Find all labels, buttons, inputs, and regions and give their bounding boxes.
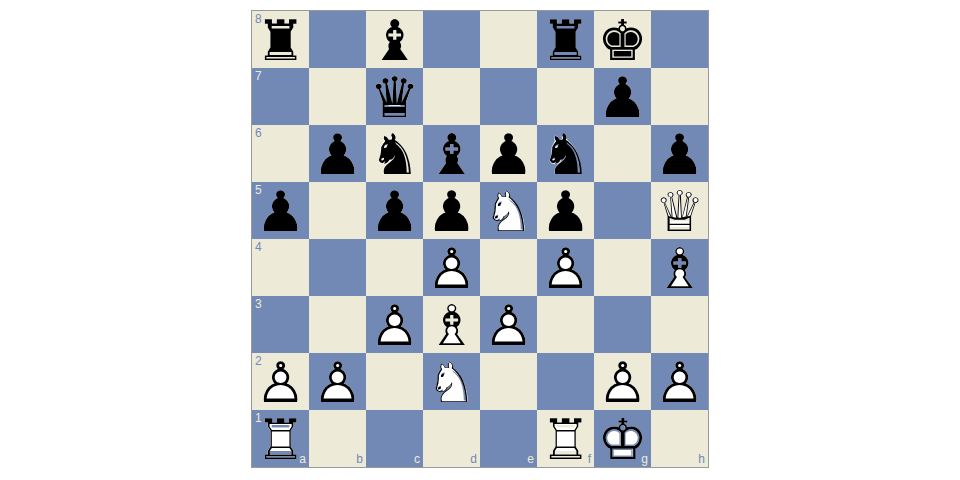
black-rook-icon: ♜ bbox=[537, 12, 594, 69]
square-b4[interactable] bbox=[309, 239, 366, 296]
white-bishop-d3[interactable]: ♝♗ bbox=[423, 296, 480, 353]
square-d7[interactable] bbox=[423, 68, 480, 125]
square-e6[interactable]: ♙♟ bbox=[480, 125, 537, 182]
square-d8[interactable] bbox=[423, 11, 480, 68]
black-rook-a8[interactable]: ♖♜ bbox=[252, 11, 309, 68]
white-pawn-icon: ♙ bbox=[594, 354, 651, 411]
square-g3[interactable] bbox=[594, 296, 651, 353]
black-pawn-b6[interactable]: ♙♟ bbox=[309, 125, 366, 182]
white-queen-icon: ♕ bbox=[651, 183, 708, 240]
square-g1[interactable]: g♚♔ bbox=[594, 410, 651, 467]
white-pawn-icon: ♙ bbox=[480, 297, 537, 354]
white-pawn-f4[interactable]: ♟♙ bbox=[537, 239, 594, 296]
white-pawn-g2[interactable]: ♟♙ bbox=[594, 353, 651, 410]
square-h2[interactable]: ♟♙ bbox=[651, 353, 708, 410]
white-pawn-e3[interactable]: ♟♙ bbox=[480, 296, 537, 353]
square-a6[interactable]: 6 bbox=[252, 125, 309, 182]
black-pawn-icon: ♟ bbox=[252, 183, 309, 240]
black-king-g8[interactable]: ♔♚ bbox=[594, 11, 651, 68]
white-queen-h5[interactable]: ♛♕ bbox=[651, 182, 708, 239]
white-king-icon: ♔ bbox=[594, 411, 651, 468]
white-bishop-icon: ♗ bbox=[423, 297, 480, 354]
square-b7[interactable] bbox=[309, 68, 366, 125]
square-c4[interactable] bbox=[366, 239, 423, 296]
square-b1[interactable]: b bbox=[309, 410, 366, 467]
square-c5[interactable]: ♙♟ bbox=[366, 182, 423, 239]
white-pawn-c3[interactable]: ♟♙ bbox=[366, 296, 423, 353]
white-pawn-icon: ♙ bbox=[651, 354, 708, 411]
white-rook-f1[interactable]: ♜♖ bbox=[537, 410, 594, 467]
square-h5[interactable]: ♛♕ bbox=[651, 182, 708, 239]
square-f1[interactable]: f♜♖ bbox=[537, 410, 594, 467]
square-d2[interactable]: ♞♘ bbox=[423, 353, 480, 410]
rank-label-7: 7 bbox=[255, 70, 262, 82]
square-h8[interactable] bbox=[651, 11, 708, 68]
square-a2[interactable]: 2♟♙ bbox=[252, 353, 309, 410]
square-g7[interactable]: ♙♟ bbox=[594, 68, 651, 125]
black-rook-icon: ♜ bbox=[252, 12, 309, 69]
square-a4[interactable]: 4 bbox=[252, 239, 309, 296]
square-h6[interactable]: ♙♟ bbox=[651, 125, 708, 182]
black-bishop-icon: ♝ bbox=[423, 126, 480, 183]
black-pawn-icon: ♟ bbox=[366, 183, 423, 240]
square-a7[interactable]: 7 bbox=[252, 68, 309, 125]
white-pawn-d4[interactable]: ♟♙ bbox=[423, 239, 480, 296]
black-pawn-a5[interactable]: ♙♟ bbox=[252, 182, 309, 239]
square-b5[interactable] bbox=[309, 182, 366, 239]
square-d1[interactable]: d bbox=[423, 410, 480, 467]
square-a8[interactable]: 8♖♜ bbox=[252, 11, 309, 68]
square-b6[interactable]: ♙♟ bbox=[309, 125, 366, 182]
black-bishop-icon: ♝ bbox=[366, 12, 423, 69]
white-bishop-icon: ♗ bbox=[651, 240, 708, 297]
square-g4[interactable] bbox=[594, 239, 651, 296]
black-king-icon: ♚ bbox=[594, 12, 651, 69]
square-g8[interactable]: ♔♚ bbox=[594, 11, 651, 68]
black-queen-icon: ♛ bbox=[366, 69, 423, 126]
white-pawn-icon: ♙ bbox=[423, 240, 480, 297]
black-pawn-h6[interactable]: ♙♟ bbox=[651, 125, 708, 182]
file-label-e: e bbox=[527, 453, 534, 465]
square-f5[interactable]: ♙♟ bbox=[537, 182, 594, 239]
white-pawn-icon: ♙ bbox=[309, 354, 366, 411]
black-knight-c6[interactable]: ♘♞ bbox=[366, 125, 423, 182]
file-label-d: d bbox=[470, 453, 477, 465]
square-a5[interactable]: 5♙♟ bbox=[252, 182, 309, 239]
black-pawn-icon: ♟ bbox=[537, 183, 594, 240]
black-pawn-icon: ♟ bbox=[651, 126, 708, 183]
white-knight-e5[interactable]: ♞♘ bbox=[480, 182, 537, 239]
black-bishop-c8[interactable]: ♗♝ bbox=[366, 11, 423, 68]
square-e4[interactable] bbox=[480, 239, 537, 296]
file-label-c: c bbox=[414, 453, 420, 465]
square-b8[interactable] bbox=[309, 11, 366, 68]
rank-label-6: 6 bbox=[255, 127, 262, 139]
black-pawn-c5[interactable]: ♙♟ bbox=[366, 182, 423, 239]
square-g2[interactable]: ♟♙ bbox=[594, 353, 651, 410]
square-e7[interactable] bbox=[480, 68, 537, 125]
white-pawn-a2[interactable]: ♟♙ bbox=[252, 353, 309, 410]
black-pawn-icon: ♟ bbox=[480, 126, 537, 183]
black-pawn-icon: ♟ bbox=[594, 69, 651, 126]
square-h7[interactable] bbox=[651, 68, 708, 125]
square-g5[interactable] bbox=[594, 182, 651, 239]
file-label-b: b bbox=[356, 453, 363, 465]
square-c8[interactable]: ♗♝ bbox=[366, 11, 423, 68]
file-label-h: h bbox=[698, 453, 705, 465]
black-queen-c7[interactable]: ♕♛ bbox=[366, 68, 423, 125]
square-e2[interactable] bbox=[480, 353, 537, 410]
square-f8[interactable]: ♖♜ bbox=[537, 11, 594, 68]
square-h4[interactable]: ♝♗ bbox=[651, 239, 708, 296]
white-king-g1[interactable]: ♚♔ bbox=[594, 410, 651, 467]
square-f7[interactable] bbox=[537, 68, 594, 125]
square-f2[interactable] bbox=[537, 353, 594, 410]
square-f3[interactable] bbox=[537, 296, 594, 353]
square-d3[interactable]: ♝♗ bbox=[423, 296, 480, 353]
rank-label-4: 4 bbox=[255, 241, 262, 253]
square-d5[interactable]: ♙♟ bbox=[423, 182, 480, 239]
square-e3[interactable]: ♟♙ bbox=[480, 296, 537, 353]
black-knight-icon: ♞ bbox=[366, 126, 423, 183]
white-pawn-h2[interactable]: ♟♙ bbox=[651, 353, 708, 410]
black-pawn-icon: ♟ bbox=[423, 183, 480, 240]
square-d4[interactable]: ♟♙ bbox=[423, 239, 480, 296]
white-pawn-icon: ♙ bbox=[252, 354, 309, 411]
square-h3[interactable] bbox=[651, 296, 708, 353]
square-c3[interactable]: ♟♙ bbox=[366, 296, 423, 353]
square-c2[interactable] bbox=[366, 353, 423, 410]
white-rook-icon: ♖ bbox=[252, 411, 309, 468]
black-knight-icon: ♞ bbox=[537, 126, 594, 183]
square-h1[interactable]: h bbox=[651, 410, 708, 467]
white-knight-icon: ♘ bbox=[423, 354, 480, 411]
white-rook-icon: ♖ bbox=[537, 411, 594, 468]
square-b2[interactable]: ♟♙ bbox=[309, 353, 366, 410]
square-c7[interactable]: ♕♛ bbox=[366, 68, 423, 125]
black-knight-f6[interactable]: ♘♞ bbox=[537, 125, 594, 182]
square-e1[interactable]: e bbox=[480, 410, 537, 467]
white-bishop-h4[interactable]: ♝♗ bbox=[651, 239, 708, 296]
white-knight-icon: ♘ bbox=[480, 183, 537, 240]
page: 8♖♜♗♝♖♜♔♚7♕♛♙♟6♙♟♘♞♗♝♙♟♘♞♙♟5♙♟♙♟♙♟♞♘♙♟♛♕… bbox=[0, 0, 960, 480]
square-f6[interactable]: ♘♞ bbox=[537, 125, 594, 182]
white-pawn-icon: ♙ bbox=[537, 240, 594, 297]
black-rook-f8[interactable]: ♖♜ bbox=[537, 11, 594, 68]
square-f4[interactable]: ♟♙ bbox=[537, 239, 594, 296]
rank-label-3: 3 bbox=[255, 298, 262, 310]
chess-board: 8♖♜♗♝♖♜♔♚7♕♛♙♟6♙♟♘♞♗♝♙♟♘♞♙♟5♙♟♙♟♙♟♞♘♙♟♛♕… bbox=[251, 10, 709, 468]
square-g6[interactable] bbox=[594, 125, 651, 182]
square-b3[interactable] bbox=[309, 296, 366, 353]
white-pawn-b2[interactable]: ♟♙ bbox=[309, 353, 366, 410]
black-pawn-g7[interactable]: ♙♟ bbox=[594, 68, 651, 125]
black-pawn-f5[interactable]: ♙♟ bbox=[537, 182, 594, 239]
square-d6[interactable]: ♗♝ bbox=[423, 125, 480, 182]
black-pawn-d5[interactable]: ♙♟ bbox=[423, 182, 480, 239]
white-pawn-icon: ♙ bbox=[366, 297, 423, 354]
square-a3[interactable]: 3 bbox=[252, 296, 309, 353]
black-bishop-d6[interactable]: ♗♝ bbox=[423, 125, 480, 182]
square-e8[interactable] bbox=[480, 11, 537, 68]
white-rook-a1[interactable]: ♜♖ bbox=[252, 410, 309, 467]
square-e5[interactable]: ♞♘ bbox=[480, 182, 537, 239]
square-c1[interactable]: c bbox=[366, 410, 423, 467]
black-pawn-icon: ♟ bbox=[309, 126, 366, 183]
square-c6[interactable]: ♘♞ bbox=[366, 125, 423, 182]
white-knight-d2[interactable]: ♞♘ bbox=[423, 353, 480, 410]
black-pawn-e6[interactable]: ♙♟ bbox=[480, 125, 537, 182]
square-a1[interactable]: 1a♜♖ bbox=[252, 410, 309, 467]
